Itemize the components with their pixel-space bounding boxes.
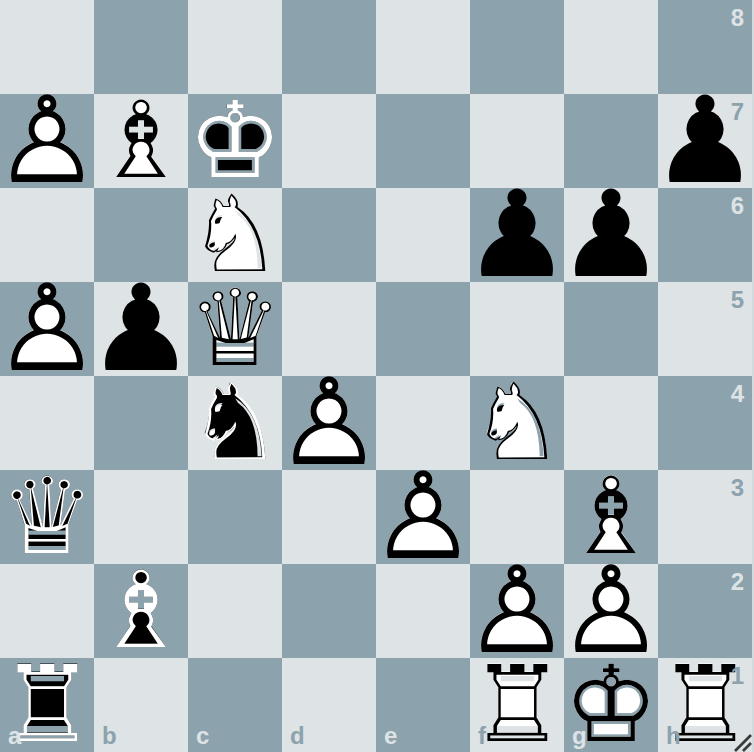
black-pawn[interactable]: ♟ (658, 94, 752, 188)
piece-fill-glyph: ♟ (94, 282, 188, 376)
white-knight[interactable]: ♞♘ (470, 376, 564, 470)
piece-outline-glyph: ♙ (470, 564, 564, 658)
piece-fill-glyph: ♟ (658, 94, 752, 188)
piece-fill-glyph: ♜ (470, 658, 564, 752)
chess-board: 8♟♙♝♗♚♔♟7♞♘♟♟6♟♙♟♛♕5♞♘♟♙♞♘4♛♕♟♙♝♗3♝♗♟♙♟♙… (0, 0, 752, 752)
piece-fill-glyph: ♟ (564, 564, 658, 658)
piece-outline-glyph: ♙ (376, 470, 470, 564)
piece-outline-glyph: ♔ (564, 658, 658, 752)
file-label-d: d (290, 724, 305, 748)
square-d8[interactable] (282, 0, 376, 94)
piece-fill-glyph: ♞ (188, 376, 282, 470)
piece-fill-glyph: ♛ (188, 282, 282, 376)
square-a2[interactable] (0, 564, 94, 658)
square-c2[interactable] (188, 564, 282, 658)
piece-outline-glyph: ♙ (0, 94, 94, 188)
piece-outline-glyph: ♗ (94, 564, 188, 658)
piece-fill-glyph: ♟ (0, 94, 94, 188)
white-pawn[interactable]: ♟♙ (470, 564, 564, 658)
square-d2[interactable] (282, 564, 376, 658)
square-d1[interactable]: d (282, 658, 376, 752)
black-king[interactable]: ♚♔ (188, 94, 282, 188)
piece-outline-glyph: ♔ (188, 94, 282, 188)
square-c8[interactable] (188, 0, 282, 94)
square-a8[interactable] (0, 0, 94, 94)
square-h2[interactable]: 2 (658, 564, 752, 658)
square-a7[interactable]: ♟♙ (0, 94, 94, 188)
square-b7[interactable]: ♝♗ (94, 94, 188, 188)
square-a6[interactable] (0, 188, 94, 282)
square-c4[interactable]: ♞♘ (188, 376, 282, 470)
piece-outline-glyph: ♙ (0, 282, 94, 376)
square-e3[interactable]: ♟♙ (376, 470, 470, 564)
piece-fill-glyph: ♟ (282, 376, 376, 470)
square-b3[interactable] (94, 470, 188, 564)
square-a4[interactable] (0, 376, 94, 470)
black-pawn[interactable]: ♟ (470, 188, 564, 282)
square-a5[interactable]: ♟♙ (0, 282, 94, 376)
square-f7[interactable] (470, 94, 564, 188)
square-c3[interactable] (188, 470, 282, 564)
square-b4[interactable] (94, 376, 188, 470)
piece-outline-glyph: ♗ (94, 94, 188, 188)
piece-outline-glyph: ♕ (188, 282, 282, 376)
file-label-e: e (384, 724, 397, 748)
piece-outline-glyph: ♘ (470, 376, 564, 470)
square-g6[interactable]: ♟ (564, 188, 658, 282)
piece-outline-glyph: ♘ (188, 376, 282, 470)
square-f5[interactable] (470, 282, 564, 376)
square-f3[interactable] (470, 470, 564, 564)
file-label-b: b (102, 724, 117, 748)
piece-fill-glyph: ♛ (0, 470, 94, 564)
square-g2[interactable]: ♟♙ (564, 564, 658, 658)
square-g4[interactable] (564, 376, 658, 470)
rank-label-4: 4 (731, 382, 744, 406)
square-d3[interactable] (282, 470, 376, 564)
black-bishop[interactable]: ♝♗ (94, 564, 188, 658)
square-e5[interactable] (376, 282, 470, 376)
black-pawn[interactable]: ♟ (94, 282, 188, 376)
white-rook[interactable]: ♜♖ (470, 658, 564, 752)
square-b8[interactable] (94, 0, 188, 94)
rank-label-3: 3 (731, 476, 744, 500)
white-pawn[interactable]: ♟♙ (376, 470, 470, 564)
piece-fill-glyph: ♝ (564, 470, 658, 564)
piece-fill-glyph: ♟ (470, 564, 564, 658)
square-f8[interactable] (470, 0, 564, 94)
square-b2[interactable]: ♝♗ (94, 564, 188, 658)
square-h7[interactable]: ♟7 (658, 94, 752, 188)
white-pawn[interactable]: ♟♙ (0, 94, 94, 188)
square-c6[interactable]: ♞♘ (188, 188, 282, 282)
square-g1[interactable]: ♚♔g (564, 658, 658, 752)
chess-board-window: 8♟♙♝♗♚♔♟7♞♘♟♟6♟♙♟♛♕5♞♘♟♙♞♘4♛♕♟♙♝♗3♝♗♟♙♟♙… (0, 0, 754, 752)
square-e1[interactable]: e (376, 658, 470, 752)
black-rook[interactable]: ♜♖ (0, 658, 94, 752)
piece-fill-glyph: ♞ (470, 376, 564, 470)
rank-label-2: 2 (731, 570, 744, 594)
square-e4[interactable] (376, 376, 470, 470)
file-label-c: c (196, 724, 209, 748)
square-f2[interactable]: ♟♙ (470, 564, 564, 658)
square-f4[interactable]: ♞♘ (470, 376, 564, 470)
rank-label-5: 5 (731, 288, 744, 312)
square-g8[interactable] (564, 0, 658, 94)
white-bishop[interactable]: ♝♗ (564, 470, 658, 564)
piece-outline-glyph: ♙ (564, 564, 658, 658)
white-knight[interactable]: ♞♘ (188, 188, 282, 282)
square-f6[interactable]: ♟ (470, 188, 564, 282)
square-b1[interactable]: b (94, 658, 188, 752)
piece-outline-glyph: ♕ (0, 470, 94, 564)
square-d5[interactable] (282, 282, 376, 376)
black-pawn[interactable]: ♟ (564, 188, 658, 282)
rank-label-6: 6 (731, 194, 744, 218)
square-d4[interactable]: ♟♙ (282, 376, 376, 470)
piece-fill-glyph: ♟ (564, 188, 658, 282)
square-c1[interactable]: c (188, 658, 282, 752)
piece-fill-glyph: ♟ (470, 188, 564, 282)
piece-fill-glyph: ♟ (376, 470, 470, 564)
piece-outline-glyph: ♘ (188, 188, 282, 282)
square-b6[interactable] (94, 188, 188, 282)
white-king[interactable]: ♚♔ (564, 658, 658, 752)
square-e2[interactable] (376, 564, 470, 658)
square-d7[interactable] (282, 94, 376, 188)
square-g5[interactable] (564, 282, 658, 376)
piece-outline-glyph: ♖ (470, 658, 564, 752)
square-d6[interactable] (282, 188, 376, 282)
square-c7[interactable]: ♚♔ (188, 94, 282, 188)
white-queen[interactable]: ♛♕ (188, 282, 282, 376)
black-queen[interactable]: ♛♕ (0, 470, 94, 564)
piece-fill-glyph: ♝ (94, 564, 188, 658)
white-pawn[interactable]: ♟♙ (282, 376, 376, 470)
square-h8[interactable]: 8 (658, 0, 752, 94)
piece-outline-glyph: ♗ (564, 470, 658, 564)
square-e6[interactable] (376, 188, 470, 282)
piece-fill-glyph: ♜ (0, 658, 94, 752)
black-knight[interactable]: ♞♘ (188, 376, 282, 470)
white-bishop[interactable]: ♝♗ (94, 94, 188, 188)
square-a3[interactable]: ♛♕ (0, 470, 94, 564)
piece-fill-glyph: ♝ (94, 94, 188, 188)
piece-fill-glyph: ♚ (188, 94, 282, 188)
square-h4[interactable]: 4 (658, 376, 752, 470)
piece-fill-glyph: ♚ (564, 658, 658, 752)
piece-outline-glyph: ♙ (282, 376, 376, 470)
square-g3[interactable]: ♝♗ (564, 470, 658, 564)
square-e8[interactable] (376, 0, 470, 94)
white-pawn[interactable]: ♟♙ (0, 282, 94, 376)
piece-outline-glyph: ♖ (0, 658, 94, 752)
white-pawn[interactable]: ♟♙ (564, 564, 658, 658)
square-h6[interactable]: 6 (658, 188, 752, 282)
square-g7[interactable] (564, 94, 658, 188)
square-f1[interactable]: ♜♖f (470, 658, 564, 752)
rank-label-8: 8 (731, 6, 744, 30)
square-c5[interactable]: ♛♕ (188, 282, 282, 376)
square-h5[interactable]: 5 (658, 282, 752, 376)
square-b5[interactable]: ♟ (94, 282, 188, 376)
square-h3[interactable]: 3 (658, 470, 752, 564)
square-a1[interactable]: ♜♖a (0, 658, 94, 752)
square-e7[interactable] (376, 94, 470, 188)
piece-fill-glyph: ♞ (188, 188, 282, 282)
piece-fill-glyph: ♟ (0, 282, 94, 376)
resize-grip-icon[interactable] (726, 726, 752, 752)
